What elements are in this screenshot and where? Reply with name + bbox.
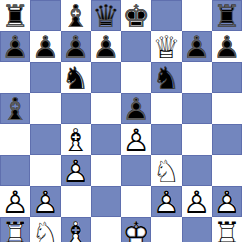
square-b3[interactable]: [30, 155, 60, 186]
white-rook-piece[interactable]: ♜♖: [0, 217, 30, 242]
square-a2[interactable]: ♟♙: [0, 186, 30, 217]
square-e5[interactable]: ♟♙: [121, 93, 151, 124]
square-b1[interactable]: ♞♘: [30, 217, 60, 242]
white-pawn-outline-glyph: ♙: [1, 187, 29, 218]
black-rook-outline-glyph: ♖: [213, 1, 241, 32]
square-c5[interactable]: [61, 93, 91, 124]
black-pawn-outline-glyph: ♙: [92, 32, 120, 63]
white-pawn-piece[interactable]: ♟♙: [121, 124, 151, 155]
black-pawn-outline-glyph: ♙: [183, 32, 211, 63]
black-rook-piece[interactable]: ♜♖: [0, 0, 30, 31]
square-c3[interactable]: ♟♙: [61, 155, 91, 186]
square-c1[interactable]: ♝♗: [61, 217, 91, 242]
square-g4[interactable]: [182, 124, 212, 155]
square-d1[interactable]: [91, 217, 121, 242]
square-b7[interactable]: ♟♙: [30, 31, 60, 62]
white-queen-piece[interactable]: ♛♕: [151, 31, 181, 62]
square-c7[interactable]: ♟♙: [61, 31, 91, 62]
black-pawn-outline-glyph: ♙: [122, 94, 150, 125]
square-b4[interactable]: [30, 124, 60, 155]
square-f1[interactable]: [151, 217, 181, 242]
square-e3[interactable]: [121, 155, 151, 186]
square-f7[interactable]: ♛♕: [151, 31, 181, 62]
white-pawn-piece[interactable]: ♟♙: [0, 186, 30, 217]
square-g8[interactable]: [182, 0, 212, 31]
square-e4[interactable]: ♟♙: [121, 124, 151, 155]
black-bishop-piece[interactable]: ♝♗: [0, 93, 30, 124]
square-b6[interactable]: [30, 62, 60, 93]
black-rook-outline-glyph: ♖: [1, 1, 29, 32]
square-f6[interactable]: ♞♘: [151, 62, 181, 93]
square-h7[interactable]: ♟♙: [212, 31, 242, 62]
square-d2[interactable]: [91, 186, 121, 217]
black-pawn-piece[interactable]: ♟♙: [61, 31, 91, 62]
square-h8[interactable]: ♜♖: [212, 0, 242, 31]
black-pawn-outline-glyph: ♙: [62, 32, 90, 63]
square-c8[interactable]: ♝♗: [61, 0, 91, 31]
square-d8[interactable]: ♛♕: [91, 0, 121, 31]
black-pawn-piece[interactable]: ♟♙: [30, 31, 60, 62]
square-f5[interactable]: [151, 93, 181, 124]
square-h3[interactable]: [212, 155, 242, 186]
white-pawn-piece[interactable]: ♟♙: [212, 186, 242, 217]
white-pawn-outline-glyph: ♙: [183, 187, 211, 218]
square-h5[interactable]: [212, 93, 242, 124]
black-queen-outline-glyph: ♕: [92, 1, 120, 32]
black-pawn-piece[interactable]: ♟♙: [91, 31, 121, 62]
white-knight-outline-glyph: ♘: [31, 218, 59, 242]
white-knight-piece[interactable]: ♞♘: [30, 217, 60, 242]
black-pawn-outline-glyph: ♙: [1, 32, 29, 63]
white-pawn-outline-glyph: ♙: [62, 156, 90, 187]
square-f3[interactable]: ♞♘: [151, 155, 181, 186]
black-bishop-outline-glyph: ♗: [62, 1, 90, 32]
square-e8[interactable]: ♚♔: [121, 0, 151, 31]
white-rook-piece[interactable]: ♜♖: [212, 217, 242, 242]
square-a1[interactable]: ♜♖: [0, 217, 30, 242]
square-g7[interactable]: ♟♙: [182, 31, 212, 62]
white-king-outline-glyph: ♔: [122, 218, 150, 242]
white-pawn-piece[interactable]: ♟♙: [61, 155, 91, 186]
square-a8[interactable]: ♜♖: [0, 0, 30, 31]
chess-board: ♜♖♝♗♛♕♚♔♜♖♟♙♟♙♟♙♟♙♛♕♟♙♟♙♞♘♞♘♝♗♟♙♝♗♟♙♟♙♞♘…: [0, 0, 242, 242]
square-g1[interactable]: [182, 217, 212, 242]
black-pawn-outline-glyph: ♙: [31, 32, 59, 63]
square-f2[interactable]: ♟♙: [151, 186, 181, 217]
black-pawn-piece[interactable]: ♟♙: [0, 31, 30, 62]
black-knight-outline-glyph: ♘: [62, 63, 90, 94]
square-a7[interactable]: ♟♙: [0, 31, 30, 62]
black-rook-piece[interactable]: ♜♖: [212, 0, 242, 31]
square-g6[interactable]: [182, 62, 212, 93]
square-d7[interactable]: ♟♙: [91, 31, 121, 62]
white-pawn-piece[interactable]: ♟♙: [151, 186, 181, 217]
white-queen-outline-glyph: ♕: [152, 32, 180, 63]
square-a6[interactable]: [0, 62, 30, 93]
square-g5[interactable]: [182, 93, 212, 124]
black-king-piece[interactable]: ♚♔: [121, 0, 151, 31]
white-king-piece[interactable]: ♚♔: [121, 217, 151, 242]
square-c2[interactable]: [61, 186, 91, 217]
black-knight-piece[interactable]: ♞♘: [151, 62, 181, 93]
white-rook-outline-glyph: ♖: [213, 218, 241, 242]
white-bishop-piece[interactable]: ♝♗: [61, 217, 91, 242]
square-d4[interactable]: [91, 124, 121, 155]
black-pawn-piece[interactable]: ♟♙: [212, 31, 242, 62]
white-pawn-outline-glyph: ♙: [31, 187, 59, 218]
white-bishop-outline-glyph: ♗: [62, 218, 90, 242]
black-pawn-outline-glyph: ♙: [213, 32, 241, 63]
black-bishop-piece[interactable]: ♝♗: [61, 0, 91, 31]
square-c6[interactable]: ♞♘: [61, 62, 91, 93]
square-d3[interactable]: [91, 155, 121, 186]
square-e2[interactable]: [121, 186, 151, 217]
black-king-outline-glyph: ♔: [122, 1, 150, 32]
white-bishop-piece[interactable]: ♝♗: [61, 124, 91, 155]
white-knight-outline-glyph: ♘: [152, 156, 180, 187]
white-pawn-outline-glyph: ♙: [213, 187, 241, 218]
white-rook-outline-glyph: ♖: [1, 218, 29, 242]
square-f8[interactable]: [151, 0, 181, 31]
square-a4[interactable]: [0, 124, 30, 155]
black-queen-piece[interactable]: ♛♕: [91, 0, 121, 31]
black-bishop-outline-glyph: ♗: [1, 94, 29, 125]
square-e6[interactable]: [121, 62, 151, 93]
square-h4[interactable]: [212, 124, 242, 155]
square-e7[interactable]: [121, 31, 151, 62]
square-h6[interactable]: [212, 62, 242, 93]
square-e1[interactable]: ♚♔: [121, 217, 151, 242]
white-pawn-piece[interactable]: ♟♙: [182, 186, 212, 217]
square-d6[interactable]: [91, 62, 121, 93]
white-pawn-outline-glyph: ♙: [122, 125, 150, 156]
square-b5[interactable]: [30, 93, 60, 124]
square-g3[interactable]: [182, 155, 212, 186]
white-bishop-outline-glyph: ♗: [62, 125, 90, 156]
white-pawn-piece[interactable]: ♟♙: [30, 186, 60, 217]
white-pawn-outline-glyph: ♙: [152, 187, 180, 218]
black-knight-piece[interactable]: ♞♘: [61, 62, 91, 93]
black-pawn-piece[interactable]: ♟♙: [121, 93, 151, 124]
square-f4[interactable]: [151, 124, 181, 155]
square-g2[interactable]: ♟♙: [182, 186, 212, 217]
square-b8[interactable]: [30, 0, 60, 31]
square-b2[interactable]: ♟♙: [30, 186, 60, 217]
square-h2[interactable]: ♟♙: [212, 186, 242, 217]
square-h1[interactable]: ♜♖: [212, 217, 242, 242]
white-knight-piece[interactable]: ♞♘: [151, 155, 181, 186]
square-a3[interactable]: [0, 155, 30, 186]
square-c4[interactable]: ♝♗: [61, 124, 91, 155]
black-knight-outline-glyph: ♘: [152, 63, 180, 94]
black-pawn-piece[interactable]: ♟♙: [182, 31, 212, 62]
square-a5[interactable]: ♝♗: [0, 93, 30, 124]
square-d5[interactable]: [91, 93, 121, 124]
